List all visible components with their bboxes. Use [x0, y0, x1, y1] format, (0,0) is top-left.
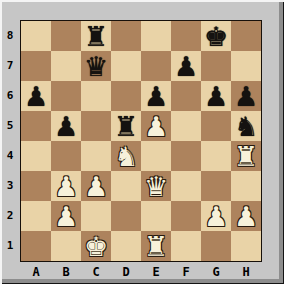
square-e3[interactable]: ♛ — [141, 171, 171, 201]
square-f6[interactable] — [171, 81, 201, 111]
square-e5[interactable]: ♟ — [141, 111, 171, 141]
square-b7[interactable] — [51, 51, 81, 81]
square-e4[interactable] — [141, 141, 171, 171]
square-f3[interactable] — [171, 171, 201, 201]
file-label-g: G — [201, 262, 231, 282]
square-c1[interactable]: ♚ — [81, 231, 111, 261]
square-a1[interactable] — [21, 231, 51, 261]
square-g6[interactable]: ♟ — [201, 81, 231, 111]
piece-white-king-c1[interactable]: ♚ — [81, 231, 111, 261]
chessboard-frame: 87654321 ♜♚♛♟♟♟♟♟♟♜♟♞♞♜♟♟♛♟♟♟♚♜ ABCDEFGH — [0, 0, 284, 284]
square-g4[interactable] — [201, 141, 231, 171]
square-h5[interactable]: ♞ — [231, 111, 261, 141]
square-b8[interactable] — [51, 21, 81, 51]
piece-black-pawn-f7[interactable]: ♟ — [171, 51, 201, 81]
rank-label-5: 5 — [0, 111, 20, 141]
square-a5[interactable] — [21, 111, 51, 141]
square-f5[interactable] — [171, 111, 201, 141]
square-h1[interactable] — [231, 231, 261, 261]
square-h2[interactable]: ♟ — [231, 201, 261, 231]
piece-black-knight-h5[interactable]: ♞ — [231, 111, 261, 141]
rank-label-7: 7 — [0, 51, 20, 81]
piece-black-rook-c8[interactable]: ♜ — [81, 21, 111, 51]
square-b5[interactable]: ♟ — [51, 111, 81, 141]
file-label-d: D — [111, 262, 141, 282]
square-f8[interactable] — [171, 21, 201, 51]
piece-black-pawn-e6[interactable]: ♟ — [141, 81, 171, 111]
square-e8[interactable] — [141, 21, 171, 51]
square-d1[interactable] — [111, 231, 141, 261]
square-f1[interactable] — [171, 231, 201, 261]
square-d5[interactable]: ♜ — [111, 111, 141, 141]
piece-white-pawn-b2[interactable]: ♟ — [51, 201, 81, 231]
square-a2[interactable] — [21, 201, 51, 231]
square-d4[interactable]: ♞ — [111, 141, 141, 171]
square-a8[interactable] — [21, 21, 51, 51]
square-f4[interactable] — [171, 141, 201, 171]
square-a3[interactable] — [21, 171, 51, 201]
piece-white-queen-e3[interactable]: ♛ — [141, 171, 171, 201]
file-label-c: C — [81, 262, 111, 282]
square-g5[interactable] — [201, 111, 231, 141]
square-g2[interactable]: ♟ — [201, 201, 231, 231]
square-a6[interactable]: ♟ — [21, 81, 51, 111]
square-b2[interactable]: ♟ — [51, 201, 81, 231]
square-h7[interactable] — [231, 51, 261, 81]
piece-white-pawn-c3[interactable]: ♟ — [81, 171, 111, 201]
piece-white-pawn-g2[interactable]: ♟ — [201, 201, 231, 231]
piece-black-queen-c7[interactable]: ♛ — [81, 51, 111, 81]
square-a4[interactable] — [21, 141, 51, 171]
rank-label-2: 2 — [0, 201, 20, 231]
square-h3[interactable] — [231, 171, 261, 201]
square-b1[interactable] — [51, 231, 81, 261]
rank-label-1: 1 — [0, 231, 20, 261]
square-c8[interactable]: ♜ — [81, 21, 111, 51]
chess-board[interactable]: ♜♚♛♟♟♟♟♟♟♜♟♞♞♜♟♟♛♟♟♟♚♜ — [20, 20, 262, 262]
square-b6[interactable] — [51, 81, 81, 111]
square-e2[interactable] — [141, 201, 171, 231]
rank-labels: 87654321 — [0, 21, 20, 261]
square-d2[interactable] — [111, 201, 141, 231]
square-b3[interactable]: ♟ — [51, 171, 81, 201]
rank-label-6: 6 — [0, 81, 20, 111]
square-f7[interactable]: ♟ — [171, 51, 201, 81]
square-c3[interactable]: ♟ — [81, 171, 111, 201]
piece-black-pawn-a6[interactable]: ♟ — [21, 81, 51, 111]
piece-black-king-g8[interactable]: ♚ — [201, 21, 231, 51]
square-e7[interactable] — [141, 51, 171, 81]
square-b4[interactable] — [51, 141, 81, 171]
square-g7[interactable] — [201, 51, 231, 81]
piece-white-pawn-e5[interactable]: ♟ — [141, 111, 171, 141]
square-g3[interactable] — [201, 171, 231, 201]
piece-white-pawn-h2[interactable]: ♟ — [231, 201, 261, 231]
rank-label-8: 8 — [0, 21, 20, 51]
rank-label-3: 3 — [0, 171, 20, 201]
square-h4[interactable]: ♜ — [231, 141, 261, 171]
square-d3[interactable] — [111, 171, 141, 201]
file-label-h: H — [231, 262, 261, 282]
piece-black-pawn-g6[interactable]: ♟ — [201, 81, 231, 111]
piece-white-rook-h4[interactable]: ♜ — [231, 141, 261, 171]
file-label-e: E — [141, 262, 171, 282]
rank-label-4: 4 — [0, 141, 20, 171]
file-label-b: B — [51, 262, 81, 282]
piece-white-knight-d4[interactable]: ♞ — [111, 141, 141, 171]
square-c6[interactable] — [81, 81, 111, 111]
file-label-a: A — [21, 262, 51, 282]
square-e6[interactable]: ♟ — [141, 81, 171, 111]
piece-black-rook-d5[interactable]: ♜ — [111, 111, 141, 141]
file-labels: ABCDEFGH — [21, 262, 261, 282]
square-g8[interactable]: ♚ — [201, 21, 231, 51]
square-f2[interactable] — [171, 201, 201, 231]
square-h6[interactable]: ♟ — [231, 81, 261, 111]
square-g1[interactable] — [201, 231, 231, 261]
square-d8[interactable] — [111, 21, 141, 51]
piece-black-pawn-h6[interactable]: ♟ — [231, 81, 261, 111]
square-d7[interactable] — [111, 51, 141, 81]
square-c4[interactable] — [81, 141, 111, 171]
square-h8[interactable] — [231, 21, 261, 51]
square-a7[interactable] — [21, 51, 51, 81]
square-d6[interactable] — [111, 81, 141, 111]
square-c5[interactable] — [81, 111, 111, 141]
file-label-f: F — [171, 262, 201, 282]
piece-black-pawn-b5[interactable]: ♟ — [51, 111, 81, 141]
square-c7[interactable]: ♛ — [81, 51, 111, 81]
piece-white-rook-e1[interactable]: ♜ — [141, 231, 171, 261]
square-e1[interactable]: ♜ — [141, 231, 171, 261]
square-c2[interactable] — [81, 201, 111, 231]
piece-white-pawn-b3[interactable]: ♟ — [51, 171, 81, 201]
